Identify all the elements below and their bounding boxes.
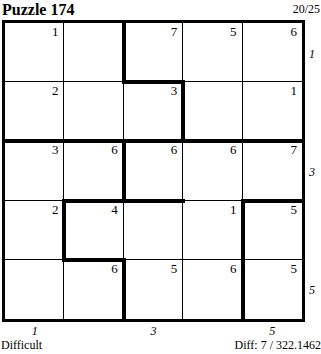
cage-wall bbox=[122, 139, 126, 202]
given-number: 1 bbox=[52, 25, 59, 38]
given-number: 2 bbox=[52, 84, 59, 97]
row-label-3: 3 bbox=[309, 165, 315, 179]
cell-r1c2[interactable] bbox=[64, 23, 123, 82]
cell-r2c3[interactable]: 3 bbox=[124, 82, 183, 141]
cell-r5c1[interactable] bbox=[5, 260, 64, 319]
col-label-5: 5 bbox=[269, 324, 275, 338]
given-number: 5 bbox=[291, 203, 298, 216]
board: 17562313666724156565 bbox=[2, 20, 305, 322]
cell-r3c4[interactable]: 6 bbox=[183, 141, 242, 200]
cage-wall bbox=[241, 199, 245, 319]
cell-r4c3[interactable] bbox=[124, 201, 183, 260]
cell-r4c5[interactable]: 5 bbox=[243, 201, 302, 260]
cell-r2c4[interactable] bbox=[183, 82, 242, 141]
given-number: 3 bbox=[171, 84, 178, 97]
given-number: 6 bbox=[230, 143, 237, 156]
given-number: 4 bbox=[111, 203, 118, 216]
given-number: 7 bbox=[291, 143, 298, 156]
cell-r2c5[interactable]: 1 bbox=[243, 82, 302, 141]
given-number: 5 bbox=[230, 25, 237, 38]
col-label-1: 1 bbox=[32, 324, 38, 338]
cell-r1c5[interactable]: 6 bbox=[243, 23, 302, 82]
cage-wall bbox=[5, 139, 302, 143]
cage-wall bbox=[122, 23, 126, 84]
difficulty-label: Difficult bbox=[1, 338, 42, 353]
row-label-5: 5 bbox=[309, 283, 315, 297]
cell-r5c2[interactable]: 6 bbox=[64, 260, 123, 319]
cell-r3c3[interactable]: 6 bbox=[124, 141, 183, 200]
given-number: 6 bbox=[291, 25, 298, 38]
cell-r1c1[interactable]: 1 bbox=[5, 23, 64, 82]
cell-r3c1[interactable]: 3 bbox=[5, 141, 64, 200]
cell-r5c3[interactable]: 5 bbox=[124, 260, 183, 319]
cage-wall bbox=[122, 258, 126, 319]
cell-r1c3[interactable]: 7 bbox=[124, 23, 183, 82]
given-number: 6 bbox=[171, 143, 178, 156]
cell-r4c2[interactable]: 4 bbox=[64, 201, 123, 260]
cage-wall bbox=[181, 80, 185, 143]
given-number: 6 bbox=[230, 262, 237, 275]
given-number: 3 bbox=[52, 143, 59, 156]
puzzle-page: Puzzle 174 20/25 17562313666724156565 Di… bbox=[0, 0, 321, 354]
given-number: 1 bbox=[230, 203, 237, 216]
cage-wall bbox=[122, 80, 185, 84]
cell-r3c5[interactable]: 7 bbox=[243, 141, 302, 200]
given-number: 7 bbox=[171, 25, 178, 38]
cell-r2c1[interactable]: 2 bbox=[5, 82, 64, 141]
page-title: Puzzle 174 bbox=[2, 0, 74, 19]
cell-r5c5[interactable]: 5 bbox=[243, 260, 302, 319]
cell-r1c4[interactable]: 5 bbox=[183, 23, 242, 82]
col-label-3: 3 bbox=[151, 324, 157, 338]
cage-wall bbox=[62, 199, 185, 203]
given-number: 5 bbox=[171, 262, 178, 275]
diff-stat: Diff: 7 / 322.1462 bbox=[235, 338, 321, 353]
given-number: 6 bbox=[111, 143, 118, 156]
cell-r5c4[interactable]: 6 bbox=[183, 260, 242, 319]
cell-r4c4[interactable]: 1 bbox=[183, 201, 242, 260]
row-label-1: 1 bbox=[309, 47, 315, 61]
givens-counter: 20/25 bbox=[293, 2, 320, 17]
given-number: 5 bbox=[291, 262, 298, 275]
given-number: 2 bbox=[52, 203, 59, 216]
cage-wall bbox=[241, 199, 302, 203]
cage-wall bbox=[62, 199, 66, 262]
cell-r3c2[interactable]: 6 bbox=[64, 141, 123, 200]
cell-r2c2[interactable] bbox=[64, 82, 123, 141]
given-number: 1 bbox=[291, 84, 298, 97]
cage-wall bbox=[62, 258, 125, 262]
given-number: 6 bbox=[111, 262, 118, 275]
cell-r4c1[interactable]: 2 bbox=[5, 201, 64, 260]
